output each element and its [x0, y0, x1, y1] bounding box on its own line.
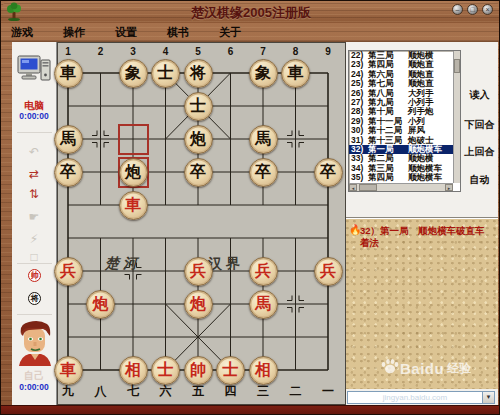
- black-piece-象[interactable]: 象: [249, 59, 278, 88]
- book-row-34[interactable]: 34)第三局顺炮横车: [349, 164, 460, 173]
- maximize-button[interactable]: □: [467, 4, 478, 15]
- book-row-27[interactable]: 27)第九局小列手: [349, 98, 460, 107]
- computer-clock: 0:00:00: [12, 111, 56, 121]
- book-row-26[interactable]: 26)第八局大列手: [349, 89, 460, 98]
- menu-item-1[interactable]: 游戏: [11, 25, 33, 40]
- player-portrait: [17, 320, 53, 370]
- black-piece-象[interactable]: 象: [119, 59, 148, 88]
- black-piece-車[interactable]: 車: [281, 59, 310, 88]
- menu-item-5[interactable]: 关于: [219, 25, 241, 40]
- bottom-coord-5: 五: [189, 383, 207, 400]
- river-label-chu: 楚河: [105, 255, 141, 273]
- computer-icon: [17, 54, 52, 92]
- menu-item-2[interactable]: 操作: [63, 25, 85, 40]
- black-piece-士[interactable]: 士: [151, 59, 180, 88]
- book-row-24[interactable]: 24)第六局顺炮直: [349, 70, 460, 79]
- baidu-watermark: Baidu 经验: [380, 357, 471, 379]
- book-row-22[interactable]: 22)第三局顺炮横: [349, 51, 460, 60]
- opening-book-rows: 22)第三局顺炮横23)第四局顺炮直24)第六局顺炮直25)第七局顺炮直26)第…: [349, 51, 460, 182]
- top-coord-3: 3: [126, 46, 140, 57]
- red-piece-兵[interactable]: 兵: [249, 257, 278, 286]
- book-row-28[interactable]: 28)第十局列手炮: [349, 107, 460, 116]
- xiangqi-board[interactable]: 楚河 汉界 車象士将象車士馬炮馬卒炮卒卒卒車兵兵兵兵炮炮馬車相士帥士相 1234…: [57, 42, 346, 405]
- horizontal-scrollbar-thumb[interactable]: [359, 184, 377, 191]
- black-piece-馬[interactable]: 馬: [249, 125, 278, 154]
- black-piece-卒[interactable]: 卒: [184, 158, 213, 187]
- sidebar-divider: [17, 263, 52, 264]
- book-row-23[interactable]: 23)第四局顺炮直: [349, 60, 460, 69]
- red-piece-炮[interactable]: 炮: [86, 290, 115, 319]
- combobox-dropdown-button[interactable]: ▼: [482, 392, 494, 403]
- annotation-area: 🔥 32）第一局 顺炮横车破直车着法 Baidu 经验: [346, 219, 498, 389]
- top-coord-9: 9: [321, 46, 335, 57]
- top-coord-6: 6: [224, 46, 238, 57]
- book-row-25[interactable]: 25)第七局顺炮直: [349, 79, 460, 88]
- right-panel: 22)第三局顺炮横23)第四局顺炮直24)第六局顺炮直25)第七局顺炮直26)第…: [346, 42, 498, 405]
- black-piece-炮[interactable]: 炮: [119, 158, 148, 187]
- scroll-right-arrow[interactable]: ▸: [445, 184, 453, 191]
- red-piece-兵[interactable]: 兵: [54, 257, 83, 286]
- watermark-brand: Baidu: [400, 360, 444, 377]
- sidebar-divider: [17, 314, 52, 315]
- left-sidebar: 电脑 0:00:00 ↶⇄⇅☛⚡□ 帅 将 自己 0:00: [12, 42, 57, 405]
- black-piece-卒[interactable]: 卒: [314, 158, 343, 187]
- bottom-coord-1: 九: [59, 383, 77, 400]
- swap-sides-icon[interactable]: ⇄: [12, 168, 56, 180]
- bottom-coord-7: 三: [254, 383, 272, 400]
- black-piece-車[interactable]: 車: [54, 59, 83, 88]
- next-round-button[interactable]: 下回合: [461, 118, 498, 132]
- hint-icon: ☛: [12, 211, 56, 223]
- notation-page-icon: □: [12, 251, 56, 263]
- book-row-35[interactable]: 35)第四局顺炮横车: [349, 173, 460, 182]
- river-label-han: 汉界: [208, 255, 244, 273]
- black-piece-馬[interactable]: 馬: [54, 125, 83, 154]
- replay-icon: ↶: [12, 146, 56, 158]
- sidebar-divider: [17, 132, 52, 133]
- top-coord-5: 5: [191, 46, 205, 57]
- red-piece-兵[interactable]: 兵: [184, 257, 213, 286]
- title-bar[interactable]: 楚汉棋缘2005注册版 –□×: [1, 1, 500, 23]
- minimize-button[interactable]: –: [452, 4, 463, 15]
- window-bottom-frame: [1, 405, 500, 415]
- menu-item-3[interactable]: 设置: [115, 25, 137, 40]
- red-general-badge[interactable]: 帅: [28, 269, 41, 282]
- vertical-scrollbar[interactable]: [453, 51, 460, 183]
- red-piece-相[interactable]: 相: [249, 356, 278, 385]
- bottom-coord-9: 一: [319, 383, 337, 400]
- window-title: 楚汉棋缘2005注册版: [1, 4, 500, 22]
- book-row-32[interactable]: 32)第一局顺炮横车: [349, 145, 460, 154]
- prev-round-button[interactable]: 上回合: [461, 145, 498, 159]
- black-piece-将[interactable]: 将: [184, 59, 213, 88]
- top-coord-1: 1: [61, 46, 75, 57]
- top-coord-2: 2: [94, 46, 108, 57]
- vertical-scrollbar-thumb[interactable]: [454, 59, 460, 73]
- book-row-30[interactable]: 30)第十二局屏风: [349, 126, 460, 135]
- watermark-suffix: 经验: [447, 360, 471, 377]
- black-general-badge[interactable]: 将: [28, 292, 41, 305]
- black-piece-卒[interactable]: 卒: [54, 158, 83, 187]
- book-buttons: 读入下回合上回合自动: [461, 42, 498, 232]
- red-piece-士[interactable]: 士: [151, 356, 180, 385]
- menu-item-4[interactable]: 棋书: [167, 25, 189, 40]
- close-button[interactable]: ×: [482, 4, 493, 15]
- bottom-coord-3: 七: [124, 383, 142, 400]
- top-coord-8: 8: [289, 46, 303, 57]
- opening-book-list[interactable]: 22)第三局顺炮横23)第四局顺炮直24)第六局顺炮直25)第七局顺炮直26)第…: [348, 50, 461, 192]
- red-piece-炮[interactable]: 炮: [184, 290, 213, 319]
- last-move-mark: [118, 124, 149, 155]
- book-row-31[interactable]: 31)第十三局炮破士: [349, 136, 460, 145]
- red-piece-士[interactable]: 士: [216, 356, 245, 385]
- app-window: 楚汉棋缘2005注册版 –□× 游戏操作设置棋书关于 电脑 0:00:00 ↶⇄…: [0, 0, 500, 415]
- red-piece-兵[interactable]: 兵: [314, 257, 343, 286]
- red-piece-馬[interactable]: 馬: [249, 290, 278, 319]
- top-coord-4: 4: [159, 46, 173, 57]
- self-clock: 0:00:00: [12, 382, 56, 392]
- bottom-coord-6: 四: [222, 383, 240, 400]
- auto-button[interactable]: 自动: [461, 173, 498, 187]
- red-piece-車[interactable]: 車: [54, 356, 83, 385]
- red-piece-車[interactable]: 車: [119, 191, 148, 220]
- book-row-33[interactable]: 33)第二局顺炮横: [349, 154, 460, 163]
- black-piece-士[interactable]: 士: [184, 92, 213, 121]
- black-piece-炮[interactable]: 炮: [184, 125, 213, 154]
- menu-bar: 游戏操作设置棋书关于: [1, 23, 500, 42]
- book-combobox[interactable]: jingyan.baidu.com ▼: [347, 391, 495, 404]
- top-coord-7: 7: [256, 46, 270, 57]
- black-piece-卒[interactable]: 卒: [249, 158, 278, 187]
- opening-note-text: 32）第一局 顺炮横车破直车着法: [360, 225, 492, 249]
- book-row-29[interactable]: 29)第十一局小列: [349, 117, 460, 126]
- load-button[interactable]: 读入: [461, 88, 498, 102]
- red-piece-帥[interactable]: 帥: [184, 356, 213, 385]
- bottom-coord-4: 六: [157, 383, 175, 400]
- bottom-coord-8: 二: [287, 383, 305, 400]
- paw-icon: [380, 357, 400, 379]
- lightning-icon: ⚡: [12, 233, 56, 245]
- self-player-label: 自己: [12, 369, 56, 383]
- red-piece-相[interactable]: 相: [119, 356, 148, 385]
- bottom-coord-2: 八: [92, 383, 110, 400]
- combobox-text: jingyan.baidu.com: [348, 392, 482, 403]
- window-controls: –□×: [452, 4, 493, 15]
- horizontal-scrollbar[interactable]: ◂ ▸: [349, 183, 453, 191]
- flip-board-icon[interactable]: ⇅: [12, 188, 56, 200]
- scroll-left-arrow[interactable]: ◂: [349, 184, 357, 191]
